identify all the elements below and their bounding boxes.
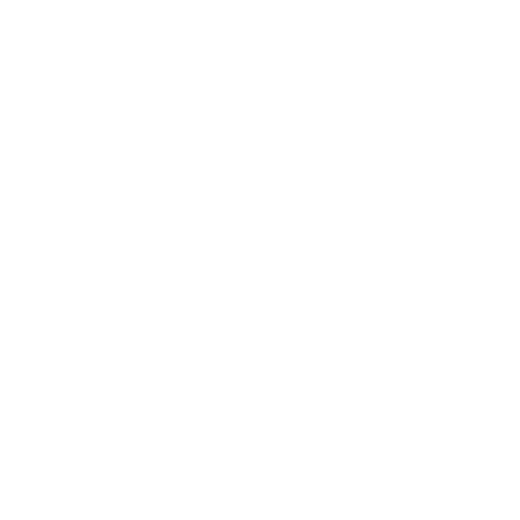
piece-side-grain [279,325,320,351]
piece-side-grain [368,293,407,318]
piece-sente-lance[interactable]: 香車 [186,360,224,384]
piece-face: 銀将 [248,329,289,355]
piece-kanji: 王将 [325,319,336,323]
piece-face: 歩兵 [180,211,214,231]
piece-sente-pawn[interactable]: 歩兵 [248,290,282,311]
piece-kanji: 歩兵 [160,228,169,231]
piece-kanji: 歩兵 [378,253,386,256]
piece-side-grain [172,170,214,195]
piece-face: 歩兵 [211,201,244,220]
piece-side-grain [270,189,302,208]
piece-face: 銀将 [113,183,153,206]
piece-face: 歩兵 [184,304,219,326]
piece-side-grain [152,322,187,344]
piece-sente-pawn[interactable]: 歩兵 [152,322,187,344]
piece-side-grain [240,198,273,217]
piece-kanji: 角行 [292,164,302,167]
piece-face: 香車 [187,353,224,377]
piece-kanji: 香車 [62,211,72,214]
piece-face: 歩兵 [240,192,273,211]
piece-side-grain [180,217,214,237]
piece-kanji: 香車 [201,364,211,367]
piece-kanji: 飛車 [110,219,122,223]
piece-face: 金将 [143,173,183,196]
piece-side-grain [308,313,351,341]
piece-face: 歩兵 [248,283,282,304]
piece-gote-lance[interactable]: 香車 [49,208,87,230]
piece-kanji: 金将 [157,182,168,185]
piece-kanji: 歩兵 [191,218,200,221]
piece-side-grain [293,138,326,157]
piece-side-grain [378,264,419,289]
piece-face: 歩兵 [270,183,302,202]
piece-side-grain [394,240,425,259]
piece-gote-pawn[interactable]: 歩兵 [240,198,273,217]
piece-face: 歩兵 [308,263,341,283]
piece-side-grain [184,311,219,333]
piece-gote-silver[interactable]: 銀将 [112,189,152,212]
piece-face: 歩兵 [117,230,151,250]
piece-side-grain [210,207,243,226]
piece-face: 香車 [293,132,326,151]
piece-sente-rook[interactable]: 飛車 [378,264,419,289]
piece-face: 銀将 [234,148,272,170]
piece-kanji: 歩兵 [281,191,289,194]
piece-face: 飛車 [378,258,419,283]
piece-side-grain [186,360,224,384]
piece-kanji: 金将 [218,165,228,168]
piece-sente-pawn[interactable]: 歩兵 [308,269,341,289]
shogi-board: 香車桂馬銀将金将玉将金将銀将桂馬香車飛車角行歩兵歩兵歩兵歩兵歩兵歩兵歩兵歩兵歩兵… [26,127,479,398]
product-photo-stage: 香車桂馬銀将金将玉将金将銀将桂馬香車飛車角行歩兵歩兵歩兵歩兵歩兵歩兵歩兵歩兵歩兵… [0,0,520,520]
piece-sente-king[interactable]: 王将 [308,313,351,341]
piece-side-grain [298,180,330,199]
piece-kanji: 飛車 [394,270,404,274]
piece-kanji: 歩兵 [198,314,207,317]
piece-gote-rook[interactable]: 飛車 [95,215,139,241]
piece-sente-pawn[interactable]: 歩兵 [278,279,312,300]
piece-kanji: 歩兵 [406,243,414,246]
piece-face: 歩兵 [326,166,357,184]
piece-side-grain [340,303,379,328]
piece-side-grain [83,246,118,267]
piece-gote-gold[interactable]: 金将 [204,162,243,185]
piece-side-grain [264,145,299,165]
piece-side-grain [366,249,398,269]
piece-side-grain [327,172,358,190]
piece-side-grain [278,279,312,300]
piece-sente-silver[interactable]: 銀将 [248,336,289,362]
piece-side-grain [81,198,120,221]
piece-face: 歩兵 [84,240,119,261]
piece-kanji: 歩兵 [349,262,357,265]
piece-side-grain [337,259,370,279]
piece-face: 歩兵 [394,234,425,253]
piece-face: 歩兵 [217,294,251,315]
piece-side-grain [308,269,341,289]
piece-side-grain [116,236,150,257]
piece-gote-knight[interactable]: 桂馬 [81,198,120,221]
piece-gote-pawn[interactable]: 歩兵 [327,172,358,190]
piece-gote-pawn[interactable]: 歩兵 [83,246,118,267]
piece-face: 桂馬 [217,341,257,366]
piece-face: 桂馬 [81,192,120,214]
piece-kanji: 歩兵 [321,272,330,275]
piece-gote-king[interactable]: 玉将 [172,170,214,195]
piece-sente-pawn[interactable]: 歩兵 [337,259,370,279]
piece-kanji: 歩兵 [261,293,270,296]
board-grid[interactable]: 香車桂馬銀将金将玉将金将銀将桂馬香車飛車角行歩兵歩兵歩兵歩兵歩兵歩兵歩兵歩兵歩兵… [42,135,465,388]
piece-face: 歩兵 [278,273,312,294]
piece-face: 玉将 [173,164,215,188]
piece-face: 香車 [426,268,460,289]
piece-sente-bishop[interactable]: 角行 [198,327,242,355]
board-edge-upper [27,132,480,403]
piece-face: 桂馬 [264,140,299,160]
piece-kanji: 香車 [440,278,448,281]
piece-kanji: 歩兵 [252,200,260,203]
piece-kanji: 歩兵 [337,173,345,176]
piece-sente-gold[interactable]: 金将 [279,325,320,351]
piece-kanji: 歩兵 [96,248,105,251]
piece-face: 角行 [198,321,242,349]
piece-gote-gold[interactable]: 金将 [143,179,183,202]
piece-kanji: 歩兵 [166,325,176,328]
piece-gote-knight[interactable]: 桂馬 [264,145,299,165]
piece-face: 歩兵 [365,243,397,263]
piece-side-grain [198,327,242,355]
board-edge-lower [27,137,480,408]
piece-face: 歩兵 [298,174,330,193]
piece-side-grain [248,336,289,362]
piece-sente-pawn[interactable]: 歩兵 [366,249,398,269]
piece-kanji: 桂馬 [412,288,421,291]
piece-gote-bishop[interactable]: 角行 [278,161,318,184]
piece-kanji: 歩兵 [129,238,138,241]
piece-side-grain [49,208,87,230]
piece-side-grain [216,300,250,321]
piece-kanji: 歩兵 [230,303,239,306]
piece-side-grain [95,215,139,241]
piece-kanji: 金将 [295,330,305,334]
piece-kanji: 銀将 [126,192,137,195]
piece-side-grain [248,290,282,311]
piece-side-grain [278,161,318,184]
piece-face: 金将 [204,156,243,179]
piece-gote-silver[interactable]: 銀将 [234,153,272,175]
piece-side-grain [234,153,272,175]
piece-kanji: 金将 [355,309,365,312]
piece-side-grain [148,226,183,246]
piece-face: 王将 [308,307,351,334]
piece-side-grain [204,162,243,185]
piece-face: 飛車 [95,209,139,235]
piece-kanji: 歩兵 [309,182,317,185]
piece-gote-lance[interactable]: 香車 [293,138,326,157]
piece-gote-pawn[interactable]: 歩兵 [180,217,214,237]
piece-gote-pawn[interactable]: 歩兵 [116,236,150,257]
piece-kanji: 玉将 [188,173,199,176]
piece-face: 角行 [278,155,318,178]
piece-sente-knight[interactable]: 桂馬 [217,348,257,373]
piece-kanji: 歩兵 [222,209,231,212]
piece-sente-pawn[interactable]: 歩兵 [216,300,250,321]
piece-face: 金将 [340,297,379,322]
piece-side-grain [112,189,152,212]
piece-kanji: 桂馬 [95,201,106,204]
piece-kanji: 銀将 [264,341,275,345]
piece-sente-knight[interactable]: 桂馬 [398,284,434,307]
piece-gote-pawn[interactable]: 歩兵 [298,180,330,199]
piece-kanji: 銀将 [247,156,257,159]
piece-face: 桂馬 [398,278,434,301]
piece-side-grain [143,179,183,202]
piece-kanji: 香車 [304,140,313,143]
piece-kanji: 桂馬 [233,352,243,356]
piece-face: 歩兵 [153,315,188,337]
piece-sente-gold[interactable]: 金将 [340,303,379,328]
piece-sente-silver[interactable]: 銀将 [368,293,407,318]
piece-kanji: 角行 [215,333,227,337]
piece-sente-lance[interactable]: 香車 [427,274,461,295]
piece-kanji: 銀将 [383,298,393,302]
piece-face: 銀将 [368,287,407,312]
piece-side-grain [217,348,257,373]
piece-side-grain [427,274,461,295]
piece-face: 香車 [49,202,87,224]
piece-kanji: 歩兵 [291,282,300,285]
piece-gote-pawn[interactable]: 歩兵 [270,189,302,208]
piece-face: 歩兵 [336,253,369,273]
piece-kanji: 桂馬 [276,148,285,151]
piece-gote-pawn[interactable]: 歩兵 [210,207,243,226]
piece-side-grain [398,284,434,307]
piece-face: 金将 [279,318,320,344]
piece-sente-pawn[interactable]: 歩兵 [184,311,219,333]
piece-face: 歩兵 [148,220,182,240]
piece-gote-pawn[interactable]: 歩兵 [148,226,183,246]
piece-sente-pawn[interactable]: 歩兵 [394,240,425,259]
